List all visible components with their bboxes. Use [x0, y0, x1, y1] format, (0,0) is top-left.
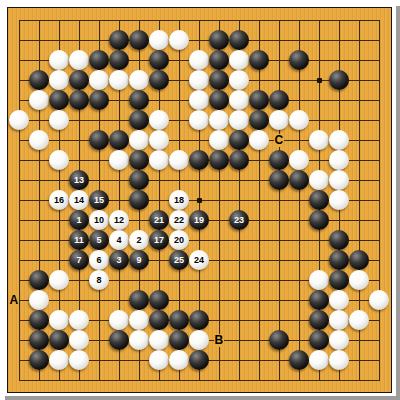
white-stone-move-22: 22 [169, 210, 189, 230]
white-stone [189, 50, 209, 70]
star-point [197, 198, 202, 203]
white-stone [309, 270, 329, 290]
white-stone [309, 170, 329, 190]
black-stone [309, 210, 329, 230]
white-stone [129, 130, 149, 150]
white-stone [169, 30, 189, 50]
black-stone [129, 110, 149, 130]
white-stone [49, 310, 69, 330]
white-stone [189, 90, 209, 110]
white-stone-move-12: 12 [109, 210, 129, 230]
black-stone-move-25: 25 [169, 250, 189, 270]
black-stone [129, 30, 149, 50]
black-stone [89, 50, 109, 70]
black-stone [329, 250, 349, 270]
white-stone [329, 170, 349, 190]
white-stone [69, 310, 89, 330]
white-stone-move-8: 8 [89, 270, 109, 290]
black-stone [189, 150, 209, 170]
black-stone [29, 310, 49, 330]
black-stone [229, 130, 249, 150]
black-stone [109, 30, 129, 50]
black-stone [329, 70, 349, 90]
white-stone [49, 350, 69, 370]
window-edge-right [396, 6, 400, 400]
black-stone-move-13: 13 [69, 170, 89, 190]
white-stone [209, 130, 229, 150]
black-stone [149, 290, 169, 310]
white-stone [249, 130, 269, 150]
black-stone [329, 270, 349, 290]
white-stone [169, 350, 189, 370]
black-stone [309, 290, 329, 310]
white-stone [329, 290, 349, 310]
white-stone-move-6: 6 [89, 250, 109, 270]
black-stone-move-7: 7 [69, 250, 89, 270]
white-stone [329, 310, 349, 330]
white-stone-move-14: 14 [69, 190, 89, 210]
black-stone [129, 190, 149, 210]
black-stone [329, 230, 349, 250]
white-stone [149, 130, 169, 150]
black-stone [129, 150, 149, 170]
black-stone [109, 130, 129, 150]
white-stone-move-24: 24 [189, 250, 209, 270]
black-stone [209, 150, 229, 170]
white-stone [129, 330, 149, 350]
white-stone-move-20: 20 [169, 230, 189, 250]
white-stone [109, 150, 129, 170]
white-stone [49, 270, 69, 290]
black-stone-move-11: 11 [69, 230, 89, 250]
white-stone [189, 70, 209, 90]
black-stone [209, 70, 229, 90]
black-stone [169, 330, 189, 350]
white-stone [289, 150, 309, 170]
black-stone [149, 310, 169, 330]
black-stone [129, 290, 149, 310]
white-stone [109, 70, 129, 90]
black-stone-move-15: 15 [89, 190, 109, 210]
black-stone [269, 170, 289, 190]
black-stone [169, 310, 189, 330]
white-stone [189, 330, 209, 350]
black-stone [49, 90, 69, 110]
white-stone [69, 330, 89, 350]
black-stone [249, 90, 269, 110]
black-stone [289, 350, 309, 370]
white-stone [149, 110, 169, 130]
black-stone [49, 330, 69, 350]
white-stone [349, 310, 369, 330]
white-stone [49, 110, 69, 130]
white-stone [149, 330, 169, 350]
white-stone [69, 50, 89, 70]
black-stone [249, 50, 269, 70]
black-stone-move-1: 1 [69, 210, 89, 230]
white-stone [129, 310, 149, 330]
black-stone [189, 350, 209, 370]
grid-line-h [19, 380, 380, 381]
grid-line-v [259, 20, 260, 381]
grid-line-v [379, 20, 380, 381]
black-stone [29, 70, 49, 90]
white-stone [149, 350, 169, 370]
black-stone [29, 270, 49, 290]
star-point [317, 78, 322, 83]
white-stone [9, 110, 29, 130]
black-stone [229, 150, 249, 170]
black-stone [269, 330, 289, 350]
white-stone [69, 350, 89, 370]
white-stone [229, 50, 249, 70]
grid-line-v [299, 20, 300, 381]
black-stone-move-17: 17 [149, 230, 169, 250]
black-stone [29, 350, 49, 370]
white-stone [49, 50, 69, 70]
white-stone [89, 70, 109, 90]
black-stone [69, 90, 89, 110]
black-stone [309, 310, 329, 330]
white-stone [329, 130, 349, 150]
black-stone [109, 50, 129, 70]
black-stone [249, 110, 269, 130]
white-stone-move-10: 10 [89, 210, 109, 230]
black-stone [289, 50, 309, 70]
go-diagram: 1316141518110122122192311542172076392524… [0, 0, 400, 400]
black-stone [189, 310, 209, 330]
black-stone [129, 170, 149, 190]
white-stone [49, 150, 69, 170]
white-stone [229, 90, 249, 110]
black-stone [269, 150, 289, 170]
white-stone-move-2: 2 [129, 230, 149, 250]
white-stone [209, 110, 229, 130]
black-stone-move-23: 23 [229, 210, 249, 230]
black-stone-move-19: 19 [189, 210, 209, 230]
black-stone [309, 330, 329, 350]
grid-line-v [279, 20, 280, 381]
black-stone [89, 90, 109, 110]
black-stone [209, 30, 229, 50]
white-stone [329, 190, 349, 210]
black-stone-move-9: 9 [129, 250, 149, 270]
white-stone [149, 150, 169, 170]
white-stone [29, 290, 49, 310]
white-stone [309, 130, 329, 150]
white-stone [29, 130, 49, 150]
white-stone [309, 350, 329, 370]
black-stone [29, 330, 49, 350]
white-stone [129, 70, 149, 90]
white-stone [349, 270, 369, 290]
black-stone [89, 130, 109, 150]
white-stone [289, 110, 309, 130]
black-stone [209, 50, 229, 70]
white-stone [229, 70, 249, 90]
black-stone [209, 90, 229, 110]
white-stone [329, 350, 349, 370]
white-stone [109, 310, 129, 330]
black-stone-move-3: 3 [109, 250, 129, 270]
white-stone-move-4: 4 [109, 230, 129, 250]
black-stone [69, 70, 89, 90]
board-label-B: B [214, 334, 225, 347]
white-stone-move-18: 18 [169, 190, 189, 210]
black-stone [229, 30, 249, 50]
white-stone [369, 290, 389, 310]
white-stone [329, 150, 349, 170]
white-stone [49, 70, 69, 90]
black-stone-move-5: 5 [89, 230, 109, 250]
black-stone-move-21: 21 [149, 210, 169, 230]
black-stone [109, 330, 129, 350]
white-stone [29, 90, 49, 110]
black-stone [349, 250, 369, 270]
black-stone [289, 170, 309, 190]
white-stone [329, 330, 349, 350]
window-edge-bottom [5, 396, 400, 400]
white-stone [229, 110, 249, 130]
black-stone [149, 70, 169, 90]
black-stone [269, 90, 289, 110]
white-stone-move-16: 16 [49, 190, 69, 210]
black-stone [129, 90, 149, 110]
white-stone [269, 110, 289, 130]
board-label-A: A [9, 294, 20, 307]
go-board[interactable]: 1316141518110122122192311542172076392524… [7, 7, 392, 393]
white-stone [169, 150, 189, 170]
board-label-C: C [274, 134, 285, 147]
white-stone [149, 30, 169, 50]
black-stone [149, 50, 169, 70]
black-stone [309, 190, 329, 210]
white-stone [189, 110, 209, 130]
